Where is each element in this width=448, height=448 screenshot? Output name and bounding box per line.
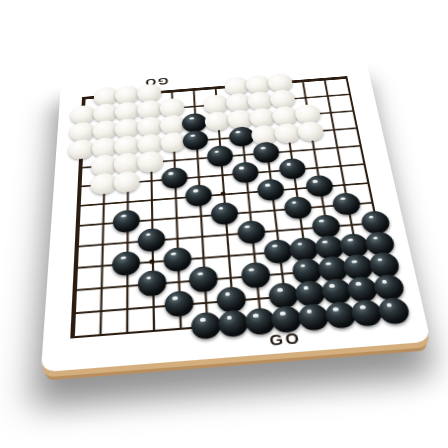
black-stone[interactable] <box>240 262 271 289</box>
black-stone[interactable] <box>183 129 209 150</box>
black-stone[interactable] <box>185 184 213 208</box>
black-stone[interactable] <box>164 290 194 318</box>
black-stone[interactable] <box>257 178 286 201</box>
black-stone[interactable] <box>191 311 222 340</box>
white-stone[interactable] <box>137 151 163 173</box>
go-board: GO GO <box>41 56 431 372</box>
black-stone[interactable] <box>236 220 266 245</box>
black-stone[interactable] <box>189 266 219 293</box>
black-stone[interactable] <box>138 270 167 297</box>
white-stone[interactable] <box>160 131 186 152</box>
black-stone[interactable] <box>112 250 140 276</box>
go-grid[interactable] <box>70 76 396 338</box>
black-stone[interactable] <box>138 227 166 252</box>
black-stone[interactable] <box>210 201 239 225</box>
black-stone[interactable] <box>231 161 259 184</box>
black-stone[interactable] <box>377 297 412 326</box>
black-stone[interactable] <box>113 209 140 233</box>
star-point <box>220 192 225 196</box>
star-point <box>149 259 154 264</box>
white-stone[interactable] <box>68 138 94 160</box>
black-stone[interactable] <box>207 145 234 167</box>
white-stone[interactable] <box>114 171 140 194</box>
black-stone[interactable] <box>278 158 307 181</box>
black-stone[interactable] <box>163 246 192 272</box>
white-stone[interactable] <box>296 120 324 141</box>
black-stone[interactable] <box>161 167 188 190</box>
white-stone[interactable] <box>90 173 117 196</box>
black-stone[interactable] <box>331 192 362 216</box>
black-stone[interactable] <box>283 196 313 220</box>
go-board-scene: GO GO <box>42 13 405 398</box>
black-stone[interactable] <box>304 175 334 198</box>
black-stone[interactable] <box>253 142 281 164</box>
product-photo-background: { "game": "go", "board_size": 13, "label… <box>0 0 448 448</box>
